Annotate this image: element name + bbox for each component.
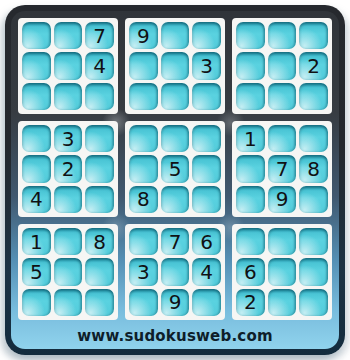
cell-r8c3[interactable]	[85, 258, 114, 285]
cell-r1c7[interactable]	[236, 22, 265, 49]
box-2-1: 324	[18, 121, 118, 217]
cell-r9c5[interactable]: 9	[161, 289, 190, 316]
cell-r6c1[interactable]: 4	[22, 186, 51, 213]
cell-r9c4[interactable]	[129, 289, 158, 316]
cell-r5c8[interactable]: 7	[268, 155, 297, 182]
cell-r3c6[interactable]	[192, 83, 221, 110]
cell-r7c2[interactable]	[54, 228, 83, 255]
cell-r9c3[interactable]	[85, 289, 114, 316]
cell-r8c7[interactable]: 6	[236, 258, 265, 285]
cell-r7c9[interactable]	[299, 228, 328, 255]
cell-r9c6[interactable]	[192, 289, 221, 316]
cell-r3c3[interactable]	[85, 83, 114, 110]
cell-r3c8[interactable]	[268, 83, 297, 110]
cell-r8c9[interactable]	[299, 258, 328, 285]
cell-r9c7[interactable]: 2	[236, 289, 265, 316]
sudoku-board: 749323245817891857634962	[11, 11, 339, 325]
cell-r6c9[interactable]	[299, 186, 328, 213]
cell-r5c1[interactable]	[22, 155, 51, 182]
cell-r2c2[interactable]	[54, 52, 83, 79]
cell-r1c8[interactable]	[268, 22, 297, 49]
box-2-2: 58	[125, 121, 225, 217]
cell-r7c1[interactable]: 1	[22, 228, 51, 255]
cell-r3c9[interactable]	[299, 83, 328, 110]
cell-r8c8[interactable]	[268, 258, 297, 285]
board-frame: 749323245817891857634962 www.sudokusweb.…	[5, 5, 345, 355]
cell-r5c2[interactable]: 2	[54, 155, 83, 182]
cell-r9c8[interactable]	[268, 289, 297, 316]
cell-r2c7[interactable]	[236, 52, 265, 79]
cell-r4c1[interactable]	[22, 125, 51, 152]
cell-r3c2[interactable]	[54, 83, 83, 110]
cell-r2c1[interactable]	[22, 52, 51, 79]
cell-r2c5[interactable]	[161, 52, 190, 79]
cell-r8c2[interactable]	[54, 258, 83, 285]
cell-r5c5[interactable]: 5	[161, 155, 190, 182]
cell-r6c8[interactable]: 9	[268, 186, 297, 213]
cell-r5c7[interactable]	[236, 155, 265, 182]
cell-r7c6[interactable]: 6	[192, 228, 221, 255]
cell-r5c9[interactable]: 8	[299, 155, 328, 182]
cell-r1c4[interactable]: 9	[129, 22, 158, 49]
cell-r6c5[interactable]	[161, 186, 190, 213]
cell-r2c6[interactable]: 3	[192, 52, 221, 79]
cell-r8c6[interactable]: 4	[192, 258, 221, 285]
cell-r1c9[interactable]	[299, 22, 328, 49]
sudoku-page: 749323245817891857634962 www.sudokusweb.…	[0, 0, 350, 360]
cell-r4c3[interactable]	[85, 125, 114, 152]
cell-r2c3[interactable]: 4	[85, 52, 114, 79]
cell-r2c8[interactable]	[268, 52, 297, 79]
cell-r3c5[interactable]	[161, 83, 190, 110]
cell-r4c6[interactable]	[192, 125, 221, 152]
cell-r3c4[interactable]	[129, 83, 158, 110]
cell-r1c5[interactable]	[161, 22, 190, 49]
cell-r5c3[interactable]	[85, 155, 114, 182]
cell-r2c9[interactable]: 2	[299, 52, 328, 79]
cell-r6c2[interactable]	[54, 186, 83, 213]
cell-r1c1[interactable]	[22, 22, 51, 49]
cell-r4c7[interactable]: 1	[236, 125, 265, 152]
box-3-1: 185	[18, 224, 118, 320]
cell-r4c8[interactable]	[268, 125, 297, 152]
box-1-3: 2	[232, 18, 332, 114]
cell-r7c5[interactable]: 7	[161, 228, 190, 255]
cell-r3c7[interactable]	[236, 83, 265, 110]
cell-r6c6[interactable]	[192, 186, 221, 213]
cell-r4c9[interactable]	[299, 125, 328, 152]
cell-r1c6[interactable]	[192, 22, 221, 49]
cell-r8c4[interactable]: 3	[129, 258, 158, 285]
cell-r8c5[interactable]	[161, 258, 190, 285]
cell-r3c1[interactable]	[22, 83, 51, 110]
site-url: www.sudokusweb.com	[77, 327, 272, 345]
cell-r9c2[interactable]	[54, 289, 83, 316]
box-1-1: 74	[18, 18, 118, 114]
cell-r9c1[interactable]	[22, 289, 51, 316]
box-1-2: 93	[125, 18, 225, 114]
cell-r1c2[interactable]	[54, 22, 83, 49]
cell-r7c7[interactable]	[236, 228, 265, 255]
cell-r5c4[interactable]	[129, 155, 158, 182]
cell-r1c3[interactable]: 7	[85, 22, 114, 49]
cell-r7c8[interactable]	[268, 228, 297, 255]
cell-r4c4[interactable]	[129, 125, 158, 152]
board-backdrop: 749323245817891857634962 www.sudokusweb.…	[11, 11, 339, 349]
cell-r2c4[interactable]	[129, 52, 158, 79]
cell-r9c9[interactable]	[299, 289, 328, 316]
box-3-2: 76349	[125, 224, 225, 320]
cell-r5c6[interactable]	[192, 155, 221, 182]
cell-r6c7[interactable]	[236, 186, 265, 213]
cell-r7c4[interactable]	[129, 228, 158, 255]
cell-r8c1[interactable]: 5	[22, 258, 51, 285]
footer-bar: www.sudokusweb.com	[11, 325, 339, 349]
box-3-3: 62	[232, 224, 332, 320]
cell-r4c2[interactable]: 3	[54, 125, 83, 152]
cell-r4c5[interactable]	[161, 125, 190, 152]
cell-r6c3[interactable]	[85, 186, 114, 213]
box-2-3: 1789	[232, 121, 332, 217]
cell-r7c3[interactable]: 8	[85, 228, 114, 255]
cell-r6c4[interactable]: 8	[129, 186, 158, 213]
